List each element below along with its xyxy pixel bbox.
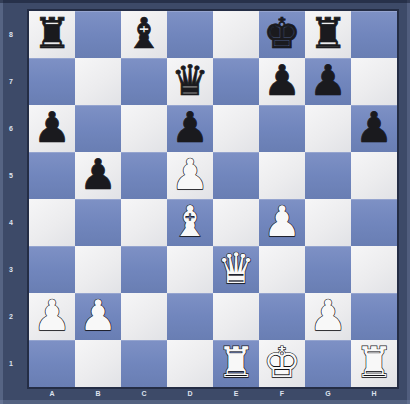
square-h1[interactable]: ♜: [351, 340, 397, 387]
rank-label-6: 6: [0, 105, 22, 152]
file-label-f: F: [259, 387, 305, 404]
rank-label-8: 8: [0, 11, 22, 58]
white-pawn[interactable]: ♟: [33, 295, 71, 337]
square-f1[interactable]: ♚: [259, 340, 305, 387]
square-b7[interactable]: [75, 58, 121, 105]
square-b8[interactable]: [75, 11, 121, 58]
square-f3[interactable]: [259, 246, 305, 293]
square-f2[interactable]: [259, 293, 305, 340]
rank-labels: 87654321: [0, 11, 29, 387]
file-label-g: G: [305, 387, 351, 404]
square-c7[interactable]: [121, 58, 167, 105]
file-label-b: B: [75, 387, 121, 404]
white-pawn[interactable]: ♟: [79, 295, 117, 337]
square-b4[interactable]: [75, 199, 121, 246]
square-h5[interactable]: [351, 152, 397, 199]
square-e5[interactable]: [213, 152, 259, 199]
black-pawn[interactable]: ♟: [79, 154, 117, 196]
rank-label-2: 2: [0, 293, 22, 340]
square-b3[interactable]: [75, 246, 121, 293]
square-a1[interactable]: [29, 340, 75, 387]
square-h8[interactable]: [351, 11, 397, 58]
square-d4[interactable]: ♝: [167, 199, 213, 246]
square-g2[interactable]: ♟: [305, 293, 351, 340]
square-a2[interactable]: ♟: [29, 293, 75, 340]
file-label-h: H: [351, 387, 397, 404]
square-d1[interactable]: [167, 340, 213, 387]
square-a8[interactable]: ♜: [29, 11, 75, 58]
file-label-d: D: [167, 387, 213, 404]
chess-board-frame: 87654321 ABCDEFGH ♜♝♚♜♛♟♟♟♟♟♟♟♝♟♛♟♟♟♜♚♜: [0, 0, 410, 404]
square-h7[interactable]: [351, 58, 397, 105]
square-h4[interactable]: [351, 199, 397, 246]
square-e3[interactable]: ♛: [213, 246, 259, 293]
square-d3[interactable]: [167, 246, 213, 293]
white-queen[interactable]: ♛: [217, 248, 255, 290]
square-a5[interactable]: [29, 152, 75, 199]
square-a6[interactable]: ♟: [29, 105, 75, 152]
square-h3[interactable]: [351, 246, 397, 293]
square-d6[interactable]: ♟: [167, 105, 213, 152]
file-label-e: E: [213, 387, 259, 404]
square-b6[interactable]: [75, 105, 121, 152]
square-b5[interactable]: ♟: [75, 152, 121, 199]
rank-label-5: 5: [0, 152, 22, 199]
square-f8[interactable]: ♚: [259, 11, 305, 58]
square-g6[interactable]: [305, 105, 351, 152]
square-g8[interactable]: ♜: [305, 11, 351, 58]
square-d7[interactable]: ♛: [167, 58, 213, 105]
square-d8[interactable]: [167, 11, 213, 58]
square-g4[interactable]: [305, 199, 351, 246]
white-rook[interactable]: ♜: [217, 342, 255, 384]
square-g5[interactable]: [305, 152, 351, 199]
white-pawn[interactable]: ♟: [309, 295, 347, 337]
square-e1[interactable]: ♜: [213, 340, 259, 387]
black-pawn[interactable]: ♟: [355, 107, 393, 149]
black-rook[interactable]: ♜: [33, 13, 71, 55]
square-a7[interactable]: [29, 58, 75, 105]
rank-label-1: 1: [0, 340, 22, 387]
square-h6[interactable]: ♟: [351, 105, 397, 152]
white-king[interactable]: ♚: [263, 342, 301, 384]
black-pawn[interactable]: ♟: [171, 107, 209, 149]
black-queen[interactable]: ♛: [171, 60, 209, 102]
black-pawn[interactable]: ♟: [309, 60, 347, 102]
white-pawn[interactable]: ♟: [263, 201, 301, 243]
square-g1[interactable]: [305, 340, 351, 387]
square-g3[interactable]: [305, 246, 351, 293]
file-label-a: A: [29, 387, 75, 404]
square-e6[interactable]: [213, 105, 259, 152]
white-pawn[interactable]: ♟: [171, 154, 209, 196]
black-bishop[interactable]: ♝: [125, 13, 163, 55]
square-e7[interactable]: [213, 58, 259, 105]
black-king[interactable]: ♚: [263, 13, 301, 55]
black-pawn[interactable]: ♟: [263, 60, 301, 102]
square-a3[interactable]: [29, 246, 75, 293]
square-c3[interactable]: [121, 246, 167, 293]
rank-label-4: 4: [0, 199, 22, 246]
square-e4[interactable]: [213, 199, 259, 246]
square-c6[interactable]: [121, 105, 167, 152]
black-pawn[interactable]: ♟: [33, 107, 71, 149]
square-b2[interactable]: ♟: [75, 293, 121, 340]
square-c2[interactable]: [121, 293, 167, 340]
square-b1[interactable]: [75, 340, 121, 387]
square-d5[interactable]: ♟: [167, 152, 213, 199]
square-d2[interactable]: [167, 293, 213, 340]
square-f6[interactable]: [259, 105, 305, 152]
square-c1[interactable]: [121, 340, 167, 387]
square-f7[interactable]: ♟: [259, 58, 305, 105]
chess-board: ♜♝♚♜♛♟♟♟♟♟♟♟♝♟♛♟♟♟♜♚♜: [29, 11, 397, 387]
square-f4[interactable]: ♟: [259, 199, 305, 246]
rank-label-7: 7: [0, 58, 22, 105]
square-e2[interactable]: [213, 293, 259, 340]
square-c4[interactable]: [121, 199, 167, 246]
square-f5[interactable]: [259, 152, 305, 199]
square-c8[interactable]: ♝: [121, 11, 167, 58]
square-g7[interactable]: ♟: [305, 58, 351, 105]
file-label-c: C: [121, 387, 167, 404]
square-c5[interactable]: [121, 152, 167, 199]
white-bishop[interactable]: ♝: [171, 201, 209, 243]
square-a4[interactable]: [29, 199, 75, 246]
file-labels: ABCDEFGH: [29, 387, 397, 404]
rank-label-3: 3: [0, 246, 22, 293]
black-rook[interactable]: ♜: [309, 13, 347, 55]
square-h2[interactable]: [351, 293, 397, 340]
square-e8[interactable]: [213, 11, 259, 58]
white-rook[interactable]: ♜: [355, 342, 393, 384]
